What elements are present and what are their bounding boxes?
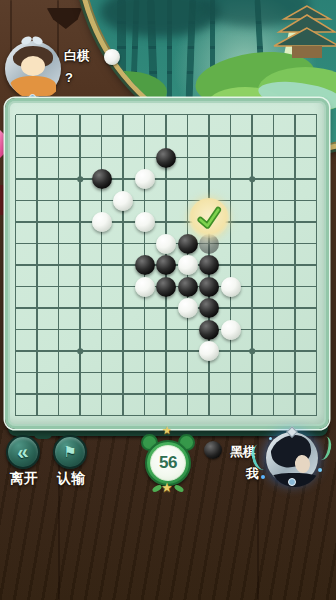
opponent-avatar-image — [8, 44, 64, 100]
leave-label: 离开 — [3, 470, 45, 488]
grid-line-horizontal — [16, 307, 318, 308]
white-stone — [135, 277, 155, 297]
white-stone — [135, 212, 155, 232]
white-stone — [113, 191, 133, 211]
game-screen: 白棋 ? « 离开 ⚑ 认输 ★ 56 ★ 黑棋 我 — [0, 0, 336, 600]
white-stone — [156, 234, 176, 254]
star-point — [249, 348, 255, 354]
black-stone — [135, 255, 155, 275]
grid-line-vertical — [230, 115, 231, 417]
black-stone — [156, 277, 176, 297]
star-point — [77, 176, 83, 182]
white-stone — [135, 169, 155, 189]
grid-line-horizontal — [16, 329, 318, 330]
clock-leaf — [173, 484, 184, 493]
grid-line-horizontal — [16, 372, 318, 373]
resign-label: 认输 — [50, 470, 92, 488]
board-stand-tab — [34, 428, 52, 439]
star-point — [77, 348, 83, 354]
black-stone — [156, 255, 176, 275]
resign-button[interactable]: ⚑ — [53, 435, 87, 469]
leave-button[interactable]: « — [6, 435, 40, 469]
timer-seconds: 56 — [159, 453, 177, 473]
white-stone — [221, 320, 241, 340]
move-timer: ★ 56 ★ — [139, 428, 197, 496]
avatar-clothes — [10, 76, 56, 96]
pagoda — [273, 5, 336, 63]
avatar-face — [21, 56, 45, 76]
checkmark-icon — [195, 204, 223, 232]
grid-line-vertical — [251, 115, 252, 417]
star-point — [249, 176, 255, 182]
black-stone — [178, 277, 198, 297]
opponent-avatar[interactable] — [5, 41, 61, 97]
board-grid[interactable] — [16, 115, 317, 416]
grid-line-vertical — [294, 115, 295, 417]
white-stone — [178, 298, 198, 318]
shelf-corbel-decoration — [46, 8, 82, 29]
black-stone — [199, 277, 219, 297]
sparkle — [269, 437, 272, 440]
sparkle — [261, 475, 265, 479]
black-stone — [199, 298, 219, 318]
black-stone-icon — [204, 441, 222, 459]
resign-flag-icon: ⚑ — [63, 443, 76, 461]
grid-line-horizontal — [16, 415, 318, 416]
black-stone — [178, 234, 198, 254]
clock-bottom-star: ★ — [161, 480, 173, 495]
clock-face: 56 — [150, 445, 186, 481]
grid-line-horizontal — [16, 393, 318, 394]
white-stone-icon — [104, 49, 120, 65]
leave-icon: « — [16, 440, 30, 464]
confirm-move-button[interactable] — [188, 197, 231, 240]
white-stone — [178, 255, 198, 275]
white-stone — [199, 341, 219, 361]
grid-line-vertical — [273, 115, 274, 417]
black-stone — [199, 320, 219, 340]
opponent-panel: 白棋 ? — [0, 38, 200, 100]
black-stone — [156, 148, 176, 168]
white-stone — [221, 277, 241, 297]
white-stone — [92, 212, 112, 232]
black-stone — [199, 255, 219, 275]
opponent-name: 白棋 — [64, 47, 90, 65]
grid-line-vertical — [316, 115, 317, 417]
clock-top-star: ★ — [162, 424, 172, 437]
my-avatar[interactable] — [266, 432, 318, 484]
avatar-gem — [288, 478, 296, 486]
opponent-status: ? — [65, 70, 73, 85]
grid-line-horizontal — [16, 350, 318, 351]
black-stone — [92, 169, 112, 189]
